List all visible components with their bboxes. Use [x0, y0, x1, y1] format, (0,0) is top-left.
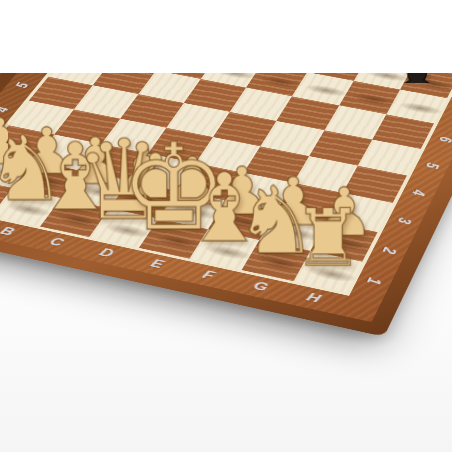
white-rook-glyph: ♜ — [293, 198, 364, 277]
photo-crop: AABBCCDDEEFFGGHH1122334455667788♜♞♝♛♚♝♞♜… — [0, 73, 452, 452]
photo-background: AABBCCDDEEFFGGHH1122334455667788♜♞♝♛♚♝♞♜… — [0, 0, 452, 452]
black-pawn-glyph: ♟ — [343, 73, 397, 101]
black-pawn-glyph: ♟ — [390, 73, 444, 110]
chess-board: AABBCCDDEEFFGGHH1122334455667788♜♞♝♛♚♝♞♜… — [0, 73, 452, 322]
